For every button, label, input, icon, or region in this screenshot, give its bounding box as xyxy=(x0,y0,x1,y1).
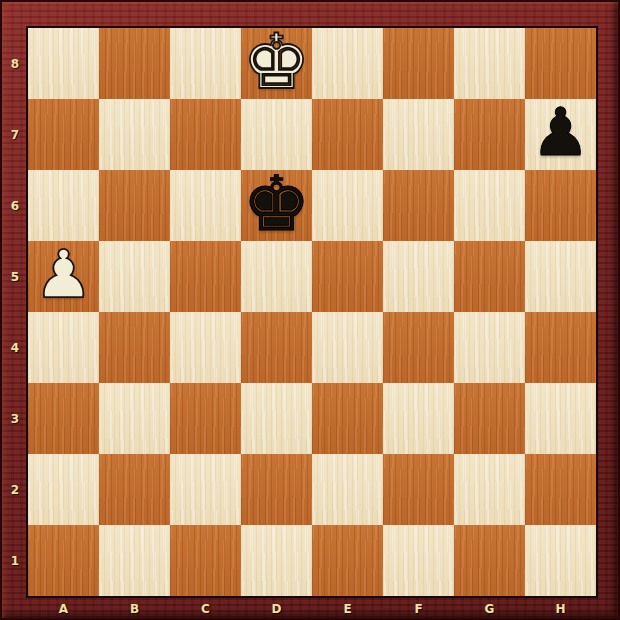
square-d5[interactable] xyxy=(241,241,312,312)
white-pawn-icon[interactable]: ♟ xyxy=(34,242,93,308)
square-g5[interactable] xyxy=(454,241,525,312)
square-d7[interactable] xyxy=(241,99,312,170)
square-e5[interactable] xyxy=(312,241,383,312)
square-f2[interactable] xyxy=(383,454,454,525)
square-d3[interactable] xyxy=(241,383,312,454)
square-b1[interactable] xyxy=(99,525,170,596)
square-b7[interactable] xyxy=(99,99,170,170)
square-c6[interactable] xyxy=(170,170,241,241)
square-a3[interactable] xyxy=(28,383,99,454)
square-c5[interactable] xyxy=(170,241,241,312)
square-a4[interactable] xyxy=(28,312,99,383)
rank-label-6: 6 xyxy=(4,170,26,241)
square-a2[interactable] xyxy=(28,454,99,525)
square-f7[interactable] xyxy=(383,99,454,170)
square-g4[interactable] xyxy=(454,312,525,383)
rank-label-1: 1 xyxy=(4,525,26,596)
square-g1[interactable] xyxy=(454,525,525,596)
square-g3[interactable] xyxy=(454,383,525,454)
square-e6[interactable] xyxy=(312,170,383,241)
square-a8[interactable] xyxy=(28,28,99,99)
black-pawn-icon[interactable]: ♟ xyxy=(531,100,590,166)
rank-label-5: 5 xyxy=(4,241,26,312)
board-frame: ♚♟♚♟ 87654321ABCDEFGH xyxy=(0,0,620,620)
square-b2[interactable] xyxy=(99,454,170,525)
file-label-a: A xyxy=(28,597,99,620)
square-h1[interactable] xyxy=(525,525,596,596)
square-g6[interactable] xyxy=(454,170,525,241)
file-label-g: G xyxy=(454,597,525,620)
square-c8[interactable] xyxy=(170,28,241,99)
square-a7[interactable] xyxy=(28,99,99,170)
file-label-d: D xyxy=(241,597,312,620)
square-e7[interactable] xyxy=(312,99,383,170)
rank-label-8: 8 xyxy=(4,28,26,99)
rank-label-7: 7 xyxy=(4,99,26,170)
white-king-icon[interactable]: ♚ xyxy=(242,28,310,99)
square-a6[interactable] xyxy=(28,170,99,241)
square-f1[interactable] xyxy=(383,525,454,596)
square-f5[interactable] xyxy=(383,241,454,312)
chess-board: ♚♟♚♟ xyxy=(26,26,598,598)
rank-label-3: 3 xyxy=(4,383,26,454)
square-e3[interactable] xyxy=(312,383,383,454)
square-h6[interactable] xyxy=(525,170,596,241)
rank-label-2: 2 xyxy=(4,454,26,525)
square-b6[interactable] xyxy=(99,170,170,241)
square-d1[interactable] xyxy=(241,525,312,596)
square-h7[interactable]: ♟ xyxy=(525,99,596,170)
square-b8[interactable] xyxy=(99,28,170,99)
square-e4[interactable] xyxy=(312,312,383,383)
square-b3[interactable] xyxy=(99,383,170,454)
square-a5[interactable]: ♟ xyxy=(28,241,99,312)
square-h3[interactable] xyxy=(525,383,596,454)
square-d2[interactable] xyxy=(241,454,312,525)
square-c3[interactable] xyxy=(170,383,241,454)
square-h2[interactable] xyxy=(525,454,596,525)
square-d6[interactable]: ♚ xyxy=(241,170,312,241)
square-f4[interactable] xyxy=(383,312,454,383)
square-c7[interactable] xyxy=(170,99,241,170)
square-e8[interactable] xyxy=(312,28,383,99)
file-label-b: B xyxy=(99,597,170,620)
square-c4[interactable] xyxy=(170,312,241,383)
black-king-icon[interactable]: ♚ xyxy=(242,170,310,241)
square-f3[interactable] xyxy=(383,383,454,454)
file-label-h: H xyxy=(525,597,596,620)
square-e2[interactable] xyxy=(312,454,383,525)
square-c2[interactable] xyxy=(170,454,241,525)
square-b5[interactable] xyxy=(99,241,170,312)
square-b4[interactable] xyxy=(99,312,170,383)
square-h5[interactable] xyxy=(525,241,596,312)
square-d4[interactable] xyxy=(241,312,312,383)
square-h8[interactable] xyxy=(525,28,596,99)
square-e1[interactable] xyxy=(312,525,383,596)
file-label-f: F xyxy=(383,597,454,620)
square-g2[interactable] xyxy=(454,454,525,525)
square-c1[interactable] xyxy=(170,525,241,596)
square-d8[interactable]: ♚ xyxy=(241,28,312,99)
square-h4[interactable] xyxy=(525,312,596,383)
square-f6[interactable] xyxy=(383,170,454,241)
square-a1[interactable] xyxy=(28,525,99,596)
square-f8[interactable] xyxy=(383,28,454,99)
rank-label-4: 4 xyxy=(4,312,26,383)
square-g8[interactable] xyxy=(454,28,525,99)
file-label-c: C xyxy=(170,597,241,620)
square-g7[interactable] xyxy=(454,99,525,170)
file-label-e: E xyxy=(312,597,383,620)
